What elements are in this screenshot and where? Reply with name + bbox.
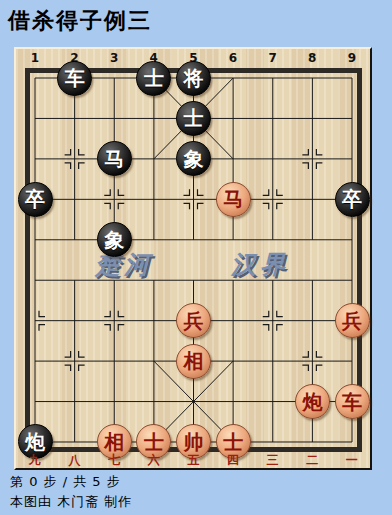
piece-black-rook[interactable]: 车	[57, 61, 92, 96]
piece-red-elephant[interactable]: 相	[176, 344, 211, 379]
piece-red-general[interactable]: 帅	[176, 424, 211, 459]
piece-red-elephant[interactable]: 相	[97, 424, 132, 459]
piece-black-soldier[interactable]: 卒	[18, 182, 53, 217]
piece-red-soldier[interactable]: 兵	[335, 303, 370, 338]
page-title: 借杀得子例三	[8, 6, 152, 36]
piece-red-cannon[interactable]: 炮	[295, 384, 330, 419]
credit-line: 本图由 木门斋 制作	[10, 493, 132, 511]
piece-black-advisor[interactable]: 士	[176, 101, 211, 136]
app-background: 借杀得子例三 123456789 楚河 汉界 车士将士马象卒马卒象兵兵相炮车炮相…	[0, 0, 392, 515]
piece-black-soldier[interactable]: 卒	[335, 182, 370, 217]
piece-black-elephant[interactable]: 象	[97, 222, 132, 257]
piece-black-horse[interactable]: 马	[97, 141, 132, 176]
piece-black-cannon[interactable]: 炮	[18, 424, 53, 459]
piece-red-advisor[interactable]: 士	[136, 424, 171, 459]
xiangqi-board: 123456789 楚河 汉界 车士将士马象卒马卒象兵兵相炮车炮相士帅士 九八七…	[14, 47, 372, 470]
board-intersections[interactable]: 车士将士马象卒马卒象兵兵相炮车炮相士帅士	[15, 58, 372, 462]
piece-red-horse[interactable]: 马	[216, 182, 251, 217]
piece-black-general[interactable]: 将	[176, 61, 211, 96]
piece-black-elephant[interactable]: 象	[176, 141, 211, 176]
piece-red-rook[interactable]: 车	[335, 384, 370, 419]
piece-black-advisor[interactable]: 士	[136, 61, 171, 96]
piece-red-advisor[interactable]: 士	[216, 424, 251, 459]
piece-red-soldier[interactable]: 兵	[176, 303, 211, 338]
move-counter: 第 0 步 / 共 5 步	[10, 473, 121, 491]
